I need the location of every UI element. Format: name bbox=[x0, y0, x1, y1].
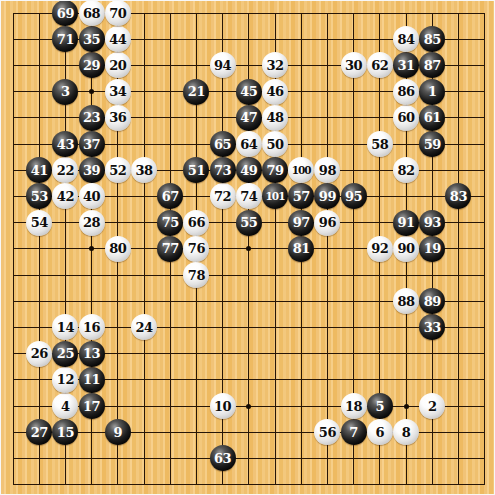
move-number: 28 bbox=[83, 216, 100, 229]
move-number: 57 bbox=[293, 189, 310, 202]
move-number: 50 bbox=[266, 137, 283, 150]
move-number: 86 bbox=[397, 85, 414, 98]
move-number: 81 bbox=[293, 242, 310, 255]
stone-white-8: 8 bbox=[393, 419, 419, 445]
move-number: 5 bbox=[376, 399, 385, 412]
stone-black-43: 43 bbox=[52, 131, 78, 157]
move-number: 100 bbox=[292, 164, 311, 175]
move-number: 73 bbox=[214, 163, 231, 176]
move-number: 51 bbox=[188, 163, 205, 176]
stone-black-49: 49 bbox=[236, 157, 262, 183]
move-number: 63 bbox=[214, 451, 231, 464]
stone-black-75: 75 bbox=[157, 210, 183, 236]
move-number: 101 bbox=[266, 191, 285, 202]
stone-white-64: 64 bbox=[236, 131, 262, 157]
move-number: 74 bbox=[240, 189, 257, 202]
stone-black-67: 67 bbox=[157, 183, 183, 209]
stone-white-78: 78 bbox=[183, 262, 209, 288]
stone-black-71: 71 bbox=[52, 26, 78, 52]
move-number: 84 bbox=[397, 32, 414, 45]
move-number: 88 bbox=[397, 294, 414, 307]
move-number: 67 bbox=[162, 189, 179, 202]
move-number: 20 bbox=[109, 58, 126, 71]
stone-white-68: 68 bbox=[79, 0, 105, 26]
stone-black-59: 59 bbox=[419, 131, 445, 157]
stone-white-48: 48 bbox=[262, 105, 288, 131]
stone-black-3: 3 bbox=[52, 79, 78, 105]
stone-black-5: 5 bbox=[367, 393, 393, 419]
stone-black-85: 85 bbox=[419, 26, 445, 52]
stone-black-27: 27 bbox=[26, 419, 52, 445]
stone-white-62: 62 bbox=[367, 52, 393, 78]
move-number: 56 bbox=[319, 425, 336, 438]
move-number: 92 bbox=[371, 242, 388, 255]
stone-black-81: 81 bbox=[288, 236, 314, 262]
stone-black-73: 73 bbox=[210, 157, 236, 183]
move-number: 68 bbox=[83, 6, 100, 19]
stone-white-74: 74 bbox=[236, 183, 262, 209]
stone-black-51: 51 bbox=[183, 157, 209, 183]
move-number: 29 bbox=[83, 58, 100, 71]
stone-black-45: 45 bbox=[236, 79, 262, 105]
stone-white-98: 98 bbox=[314, 157, 340, 183]
stone-black-19: 19 bbox=[419, 236, 445, 262]
move-number: 27 bbox=[31, 425, 48, 438]
stone-black-33: 33 bbox=[419, 314, 445, 340]
stone-black-21: 21 bbox=[183, 79, 209, 105]
move-number: 35 bbox=[83, 32, 100, 45]
move-number: 3 bbox=[61, 85, 70, 98]
move-number: 23 bbox=[83, 111, 100, 124]
move-number: 2 bbox=[428, 399, 437, 412]
move-number: 7 bbox=[349, 425, 358, 438]
stone-black-63: 63 bbox=[210, 445, 236, 471]
stone-black-31: 31 bbox=[393, 52, 419, 78]
move-number: 70 bbox=[109, 6, 126, 19]
stone-white-34: 34 bbox=[105, 79, 131, 105]
stone-black-17: 17 bbox=[79, 393, 105, 419]
stone-black-25: 25 bbox=[52, 341, 78, 367]
move-number: 18 bbox=[345, 399, 362, 412]
stone-black-7: 7 bbox=[341, 419, 367, 445]
stone-black-37: 37 bbox=[79, 131, 105, 157]
move-number: 99 bbox=[319, 189, 336, 202]
move-number: 76 bbox=[188, 242, 205, 255]
stone-black-39: 39 bbox=[79, 157, 105, 183]
stone-black-35: 35 bbox=[79, 26, 105, 52]
move-number: 94 bbox=[214, 58, 231, 71]
move-number: 40 bbox=[83, 189, 100, 202]
move-number: 22 bbox=[57, 163, 74, 176]
stone-white-60: 60 bbox=[393, 105, 419, 131]
move-number: 55 bbox=[240, 216, 257, 229]
move-number: 26 bbox=[31, 347, 48, 360]
stone-white-56: 56 bbox=[314, 419, 340, 445]
move-number: 1 bbox=[428, 85, 437, 98]
stone-black-13: 13 bbox=[79, 341, 105, 367]
stone-white-38: 38 bbox=[131, 157, 157, 183]
stone-black-97: 97 bbox=[288, 210, 314, 236]
stone-white-44: 44 bbox=[105, 26, 131, 52]
move-number: 69 bbox=[57, 6, 74, 19]
move-number: 65 bbox=[214, 137, 231, 150]
stone-white-94: 94 bbox=[210, 52, 236, 78]
stone-black-93: 93 bbox=[419, 210, 445, 236]
move-number: 52 bbox=[109, 163, 126, 176]
move-number: 96 bbox=[319, 216, 336, 229]
move-number: 93 bbox=[424, 216, 441, 229]
stone-white-50: 50 bbox=[262, 131, 288, 157]
stone-white-20: 20 bbox=[105, 52, 131, 78]
stone-black-55: 55 bbox=[236, 210, 262, 236]
move-number: 33 bbox=[424, 320, 441, 333]
stone-white-16: 16 bbox=[79, 314, 105, 340]
stone-white-84: 84 bbox=[393, 26, 419, 52]
move-number: 98 bbox=[319, 163, 336, 176]
stone-black-83: 83 bbox=[445, 183, 471, 209]
stone-white-58: 58 bbox=[367, 131, 393, 157]
move-number: 12 bbox=[57, 373, 74, 386]
stone-white-6: 6 bbox=[367, 419, 393, 445]
move-number: 87 bbox=[424, 58, 441, 71]
stone-white-86: 86 bbox=[393, 79, 419, 105]
stone-black-79: 79 bbox=[262, 157, 288, 183]
stone-black-23: 23 bbox=[79, 105, 105, 131]
stone-white-70: 70 bbox=[105, 0, 131, 26]
move-number: 13 bbox=[83, 347, 100, 360]
stone-black-69: 69 bbox=[52, 0, 78, 26]
move-number: 48 bbox=[266, 111, 283, 124]
stone-black-87: 87 bbox=[419, 52, 445, 78]
move-number: 60 bbox=[397, 111, 414, 124]
move-number: 82 bbox=[397, 163, 414, 176]
grid-line-v bbox=[484, 13, 485, 486]
move-number: 9 bbox=[114, 425, 123, 438]
stone-white-12: 12 bbox=[52, 367, 78, 393]
star-point bbox=[89, 246, 94, 251]
stone-white-76: 76 bbox=[183, 236, 209, 262]
move-number: 36 bbox=[109, 111, 126, 124]
stone-black-91: 91 bbox=[393, 210, 419, 236]
move-number: 79 bbox=[266, 163, 283, 176]
stone-white-42: 42 bbox=[52, 183, 78, 209]
stone-white-96: 96 bbox=[314, 210, 340, 236]
move-number: 64 bbox=[240, 137, 257, 150]
move-number: 37 bbox=[83, 137, 100, 150]
stone-white-28: 28 bbox=[79, 210, 105, 236]
move-number: 49 bbox=[240, 163, 257, 176]
move-number: 15 bbox=[57, 425, 74, 438]
stone-black-15: 15 bbox=[52, 419, 78, 445]
stone-white-92: 92 bbox=[367, 236, 393, 262]
move-number: 44 bbox=[109, 32, 126, 45]
stone-white-14: 14 bbox=[52, 314, 78, 340]
move-number: 91 bbox=[397, 216, 414, 229]
stone-white-30: 30 bbox=[341, 52, 367, 78]
move-number: 45 bbox=[240, 85, 257, 98]
move-number: 54 bbox=[31, 216, 48, 229]
move-number: 32 bbox=[266, 58, 283, 71]
move-number: 41 bbox=[31, 163, 48, 176]
stone-white-46: 46 bbox=[262, 79, 288, 105]
move-number: 78 bbox=[188, 268, 205, 281]
stone-white-88: 88 bbox=[393, 288, 419, 314]
move-number: 16 bbox=[83, 320, 100, 333]
stone-white-82: 82 bbox=[393, 157, 419, 183]
stone-white-36: 36 bbox=[105, 105, 131, 131]
move-number: 11 bbox=[83, 373, 100, 386]
move-number: 71 bbox=[57, 32, 74, 45]
stone-white-18: 18 bbox=[341, 393, 367, 419]
stone-white-26: 26 bbox=[26, 341, 52, 367]
move-number: 59 bbox=[424, 137, 441, 150]
stone-white-100: 100 bbox=[288, 157, 314, 183]
stone-white-90: 90 bbox=[393, 236, 419, 262]
stone-black-9: 9 bbox=[105, 419, 131, 445]
move-number: 31 bbox=[397, 58, 414, 71]
stone-black-77: 77 bbox=[157, 236, 183, 262]
grid-line-v bbox=[458, 13, 459, 486]
grid-line-h bbox=[13, 275, 486, 276]
stone-white-80: 80 bbox=[105, 236, 131, 262]
stone-black-89: 89 bbox=[419, 288, 445, 314]
move-number: 95 bbox=[345, 189, 362, 202]
move-number: 77 bbox=[162, 242, 179, 255]
move-number: 14 bbox=[57, 320, 74, 333]
stone-white-10: 10 bbox=[210, 393, 236, 419]
move-number: 39 bbox=[83, 163, 100, 176]
star-point bbox=[404, 404, 409, 409]
move-number: 66 bbox=[188, 216, 205, 229]
stone-white-2: 2 bbox=[419, 393, 445, 419]
stone-black-95: 95 bbox=[341, 183, 367, 209]
move-number: 80 bbox=[109, 242, 126, 255]
stone-black-65: 65 bbox=[210, 131, 236, 157]
stone-white-22: 22 bbox=[52, 157, 78, 183]
stone-black-29: 29 bbox=[79, 52, 105, 78]
go-board[interactable]: 1234567891011121314151617181920212223242… bbox=[1, 1, 495, 495]
stone-black-41: 41 bbox=[26, 157, 52, 183]
stone-black-11: 11 bbox=[79, 367, 105, 393]
stone-black-61: 61 bbox=[419, 105, 445, 131]
stone-white-52: 52 bbox=[105, 157, 131, 183]
star-point bbox=[246, 404, 251, 409]
move-number: 24 bbox=[135, 320, 152, 333]
move-number: 46 bbox=[266, 85, 283, 98]
move-number: 75 bbox=[162, 216, 179, 229]
move-number: 34 bbox=[109, 85, 126, 98]
move-number: 8 bbox=[402, 425, 411, 438]
stone-black-47: 47 bbox=[236, 105, 262, 131]
move-number: 4 bbox=[61, 399, 70, 412]
move-number: 43 bbox=[57, 137, 74, 150]
move-number: 17 bbox=[83, 399, 100, 412]
grid-line-h bbox=[13, 484, 486, 485]
move-number: 38 bbox=[135, 163, 152, 176]
stone-white-24: 24 bbox=[131, 314, 157, 340]
move-number: 62 bbox=[371, 58, 388, 71]
move-number: 97 bbox=[293, 216, 310, 229]
move-number: 72 bbox=[214, 189, 231, 202]
star-point bbox=[246, 246, 251, 251]
move-number: 58 bbox=[371, 137, 388, 150]
stone-white-32: 32 bbox=[262, 52, 288, 78]
stone-black-57: 57 bbox=[288, 183, 314, 209]
move-number: 25 bbox=[57, 347, 74, 360]
move-number: 6 bbox=[376, 425, 385, 438]
move-number: 90 bbox=[397, 242, 414, 255]
board-frame: 1234567891011121314151617181920212223242… bbox=[0, 0, 495, 495]
move-number: 89 bbox=[424, 294, 441, 307]
stone-white-72: 72 bbox=[210, 183, 236, 209]
stone-white-40: 40 bbox=[79, 183, 105, 209]
grid-line-h bbox=[13, 458, 486, 459]
move-number: 10 bbox=[214, 399, 231, 412]
stone-black-1: 1 bbox=[419, 79, 445, 105]
move-number: 83 bbox=[450, 189, 467, 202]
move-number: 19 bbox=[424, 242, 441, 255]
stone-black-99: 99 bbox=[314, 183, 340, 209]
stone-white-66: 66 bbox=[183, 210, 209, 236]
stone-black-101: 101 bbox=[262, 183, 288, 209]
star-point bbox=[89, 89, 94, 94]
stone-black-53: 53 bbox=[26, 183, 52, 209]
grid-line-v bbox=[327, 13, 328, 486]
stone-white-54: 54 bbox=[26, 210, 52, 236]
move-number: 42 bbox=[57, 189, 74, 202]
move-number: 30 bbox=[345, 58, 362, 71]
stone-white-4: 4 bbox=[52, 393, 78, 419]
move-number: 61 bbox=[424, 111, 441, 124]
move-number: 21 bbox=[188, 85, 205, 98]
move-number: 85 bbox=[424, 32, 441, 45]
move-number: 47 bbox=[240, 111, 257, 124]
move-number: 53 bbox=[31, 189, 48, 202]
